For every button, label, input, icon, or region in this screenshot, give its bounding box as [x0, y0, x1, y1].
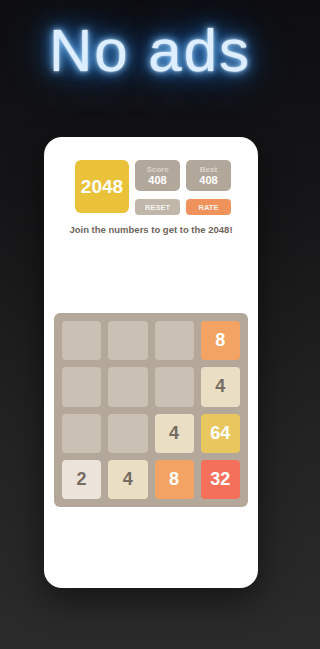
no-ads-headline: No ads	[0, 16, 300, 85]
empty-cell	[155, 321, 194, 360]
best-box: Best 408	[186, 160, 231, 191]
phone-card: 2048 Score 408 Best 408 RESET RATE Join …	[44, 137, 258, 588]
empty-cell	[108, 321, 147, 360]
rate-button[interactable]: RATE	[186, 199, 231, 215]
empty-cell	[62, 321, 101, 360]
score-box: Score 408	[135, 160, 180, 191]
tile-4: 4	[108, 460, 147, 499]
score-label: Score	[146, 165, 168, 174]
tile-8: 8	[155, 460, 194, 499]
logo-2048-tile: 2048	[75, 160, 129, 213]
tile-8: 8	[201, 321, 240, 360]
tile-4: 4	[155, 414, 194, 453]
empty-cell	[62, 367, 101, 406]
tile-2: 2	[62, 460, 101, 499]
game-header: 2048 Score 408 Best 408 RESET RATE	[75, 160, 258, 215]
tagline: Join the numbers to get to the 2048!	[44, 224, 258, 235]
best-value: 408	[199, 174, 217, 187]
tile-4: 4	[201, 367, 240, 406]
empty-cell	[108, 414, 147, 453]
reset-button[interactable]: RESET	[135, 199, 180, 215]
score-value: 408	[148, 174, 166, 187]
empty-cell	[155, 367, 194, 406]
button-row: RESET RATE	[135, 199, 231, 215]
empty-cell	[62, 414, 101, 453]
empty-cell	[108, 367, 147, 406]
best-label: Best	[200, 165, 217, 174]
game-board[interactable]: 8446424832	[54, 313, 248, 507]
score-row: Score 408 Best 408	[135, 160, 231, 191]
score-column: Score 408 Best 408 RESET RATE	[135, 160, 231, 215]
tile-32: 32	[201, 460, 240, 499]
tile-64: 64	[201, 414, 240, 453]
